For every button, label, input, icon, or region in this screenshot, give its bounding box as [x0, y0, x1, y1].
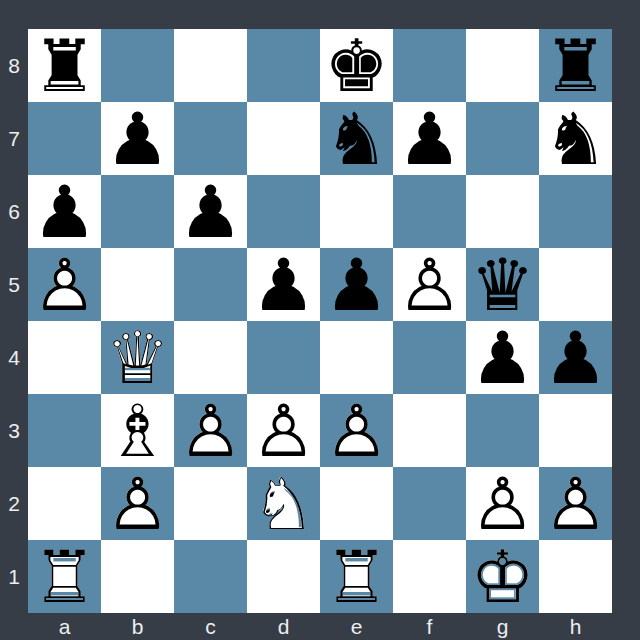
piece-black-pawn[interactable]: ♟ — [101, 102, 174, 175]
square-b7[interactable]: ♟ — [101, 102, 174, 175]
square-h6[interactable] — [539, 175, 612, 248]
file-label-e: e — [320, 613, 393, 640]
file-label-b: b — [101, 613, 174, 640]
piece-glyph-layer: ♟ — [539, 321, 612, 394]
square-h8[interactable]: ♜ — [539, 29, 612, 102]
piece-black-pawn[interactable]: ♟ — [247, 248, 320, 321]
rank-label-7: 7 — [0, 102, 28, 175]
square-a5[interactable]: ♟♙ — [28, 248, 101, 321]
square-b4[interactable]: ♛♕ — [101, 321, 174, 394]
piece-outline-layer: ♘ — [247, 467, 320, 540]
square-e7[interactable]: ♞ — [320, 102, 393, 175]
piece-outline-layer: ♔ — [466, 540, 539, 613]
piece-white-rook[interactable]: ♜♖ — [28, 540, 101, 613]
square-g4[interactable]: ♟ — [466, 321, 539, 394]
piece-outline-layer: ♙ — [101, 467, 174, 540]
square-e1[interactable]: ♜♖ — [320, 540, 393, 613]
square-e3[interactable]: ♟♙ — [320, 394, 393, 467]
piece-glyph-layer: ♟ — [28, 175, 101, 248]
piece-black-knight[interactable]: ♞ — [320, 102, 393, 175]
square-h7[interactable]: ♞ — [539, 102, 612, 175]
piece-black-pawn[interactable]: ♟ — [393, 102, 466, 175]
square-b1[interactable] — [101, 540, 174, 613]
square-h4[interactable]: ♟ — [539, 321, 612, 394]
square-a2[interactable] — [28, 467, 101, 540]
piece-glyph-layer: ♞ — [539, 102, 612, 175]
square-h1[interactable] — [539, 540, 612, 613]
square-a3[interactable] — [28, 394, 101, 467]
square-b5[interactable] — [101, 248, 174, 321]
piece-outline-layer: ♕ — [101, 321, 174, 394]
square-h2[interactable]: ♟♙ — [539, 467, 612, 540]
file-label-c: c — [174, 613, 247, 640]
piece-white-queen[interactable]: ♛♕ — [101, 321, 174, 394]
square-c4[interactable] — [174, 321, 247, 394]
piece-black-pawn[interactable]: ♟ — [466, 321, 539, 394]
square-g2[interactable]: ♟♙ — [466, 467, 539, 540]
rank-label-4: 4 — [0, 321, 28, 394]
square-d7[interactable] — [247, 102, 320, 175]
square-c3[interactable]: ♟♙ — [174, 394, 247, 467]
file-label-d: d — [247, 613, 320, 640]
square-d6[interactable] — [247, 175, 320, 248]
square-g6[interactable] — [466, 175, 539, 248]
square-g1[interactable]: ♚♔ — [466, 540, 539, 613]
piece-white-pawn[interactable]: ♟♙ — [466, 467, 539, 540]
piece-black-king[interactable]: ♚ — [320, 29, 393, 102]
piece-black-pawn[interactable]: ♟ — [320, 248, 393, 321]
square-a8[interactable]: ♜ — [28, 29, 101, 102]
piece-glyph-layer: ♟ — [174, 175, 247, 248]
square-e4[interactable] — [320, 321, 393, 394]
square-a4[interactable] — [28, 321, 101, 394]
piece-white-pawn[interactable]: ♟♙ — [320, 394, 393, 467]
piece-outline-layer: ♙ — [466, 467, 539, 540]
rank-label-1: 1 — [0, 540, 28, 613]
square-d1[interactable] — [247, 540, 320, 613]
square-b8[interactable] — [101, 29, 174, 102]
square-d4[interactable] — [247, 321, 320, 394]
square-f3[interactable] — [393, 394, 466, 467]
piece-outline-layer: ♗ — [101, 394, 174, 467]
square-d3[interactable]: ♟♙ — [247, 394, 320, 467]
file-labels: abcdefgh — [28, 613, 612, 640]
square-d5[interactable]: ♟ — [247, 248, 320, 321]
rank-labels: 87654321 — [0, 29, 28, 613]
piece-glyph-layer: ♟ — [247, 248, 320, 321]
square-c2[interactable] — [174, 467, 247, 540]
rank-label-3: 3 — [0, 394, 28, 467]
rank-label-2: 2 — [0, 467, 28, 540]
piece-glyph-layer: ♜ — [539, 29, 612, 102]
piece-glyph-layer: ♜ — [28, 29, 101, 102]
piece-glyph-layer: ♟ — [320, 248, 393, 321]
square-a7[interactable] — [28, 102, 101, 175]
square-c6[interactable]: ♟ — [174, 175, 247, 248]
piece-white-bishop[interactable]: ♝♗ — [101, 394, 174, 467]
square-g8[interactable] — [466, 29, 539, 102]
chessboard-app: 87654321 ♜♚♜♟♞♟♞♟♟♟♙♟♟♟♙♛♛♕♟♟♝♗♟♙♟♙♟♙♟♙♞… — [0, 0, 640, 640]
square-d2[interactable]: ♞♘ — [247, 467, 320, 540]
piece-white-pawn[interactable]: ♟♙ — [539, 467, 612, 540]
square-f5[interactable]: ♟♙ — [393, 248, 466, 321]
piece-black-rook[interactable]: ♜ — [28, 29, 101, 102]
piece-white-knight[interactable]: ♞♘ — [247, 467, 320, 540]
square-g3[interactable] — [466, 394, 539, 467]
square-b2[interactable]: ♟♙ — [101, 467, 174, 540]
square-b6[interactable] — [101, 175, 174, 248]
square-f8[interactable] — [393, 29, 466, 102]
square-f1[interactable] — [393, 540, 466, 613]
rank-label-6: 6 — [0, 175, 28, 248]
piece-outline-layer: ♙ — [393, 248, 466, 321]
piece-outline-layer: ♙ — [28, 248, 101, 321]
square-e8[interactable]: ♚ — [320, 29, 393, 102]
piece-black-knight[interactable]: ♞ — [539, 102, 612, 175]
piece-black-rook[interactable]: ♜ — [539, 29, 612, 102]
piece-outline-layer: ♙ — [174, 394, 247, 467]
square-a6[interactable]: ♟ — [28, 175, 101, 248]
piece-outline-layer: ♖ — [28, 540, 101, 613]
square-g7[interactable] — [466, 102, 539, 175]
square-a1[interactable]: ♜♖ — [28, 540, 101, 613]
piece-glyph-layer: ♚ — [320, 29, 393, 102]
square-e6[interactable] — [320, 175, 393, 248]
piece-white-pawn[interactable]: ♟♙ — [247, 394, 320, 467]
piece-outline-layer: ♖ — [320, 540, 393, 613]
square-c7[interactable] — [174, 102, 247, 175]
piece-black-pawn[interactable]: ♟ — [174, 175, 247, 248]
piece-glyph-layer: ♟ — [101, 102, 174, 175]
file-label-f: f — [393, 613, 466, 640]
square-c8[interactable] — [174, 29, 247, 102]
square-f4[interactable] — [393, 321, 466, 394]
square-b3[interactable]: ♝♗ — [101, 394, 174, 467]
piece-outline-layer: ♙ — [320, 394, 393, 467]
square-c5[interactable] — [174, 248, 247, 321]
square-h3[interactable] — [539, 394, 612, 467]
piece-outline-layer: ♙ — [539, 467, 612, 540]
square-e5[interactable]: ♟ — [320, 248, 393, 321]
piece-black-pawn[interactable]: ♟ — [28, 175, 101, 248]
piece-white-rook[interactable]: ♜♖ — [320, 540, 393, 613]
piece-glyph-layer: ♟ — [393, 102, 466, 175]
square-h5[interactable] — [539, 248, 612, 321]
file-label-h: h — [539, 613, 612, 640]
rank-label-8: 8 — [0, 29, 28, 102]
piece-glyph-layer: ♞ — [320, 102, 393, 175]
square-e2[interactable] — [320, 467, 393, 540]
piece-glyph-layer: ♟ — [466, 321, 539, 394]
square-f7[interactable]: ♟ — [393, 102, 466, 175]
square-d8[interactable] — [247, 29, 320, 102]
piece-white-pawn[interactable]: ♟♙ — [174, 394, 247, 467]
square-f2[interactable] — [393, 467, 466, 540]
piece-white-pawn[interactable]: ♟♙ — [28, 248, 101, 321]
square-g5[interactable]: ♛ — [466, 248, 539, 321]
piece-glyph-layer: ♛ — [466, 248, 539, 321]
square-f6[interactable] — [393, 175, 466, 248]
piece-white-king[interactable]: ♚♔ — [466, 540, 539, 613]
piece-white-pawn[interactable]: ♟♙ — [101, 467, 174, 540]
rank-label-5: 5 — [0, 248, 28, 321]
piece-black-pawn[interactable]: ♟ — [539, 321, 612, 394]
chess-board: ♜♚♜♟♞♟♞♟♟♟♙♟♟♟♙♛♛♕♟♟♝♗♟♙♟♙♟♙♟♙♞♘♟♙♟♙♜♖♜♖… — [28, 29, 612, 613]
square-c1[interactable] — [174, 540, 247, 613]
piece-white-pawn[interactable]: ♟♙ — [393, 248, 466, 321]
file-label-a: a — [28, 613, 101, 640]
piece-black-queen[interactable]: ♛ — [466, 248, 539, 321]
file-label-g: g — [466, 613, 539, 640]
piece-outline-layer: ♙ — [247, 394, 320, 467]
